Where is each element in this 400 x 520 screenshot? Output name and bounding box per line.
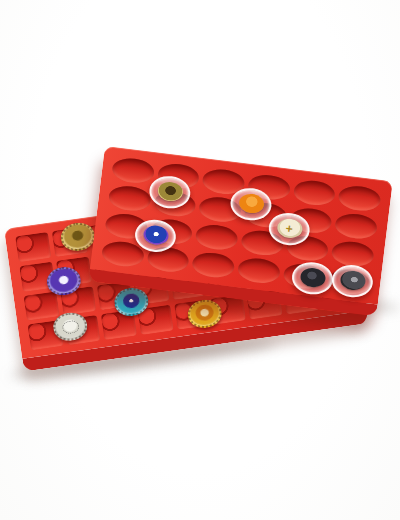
cap-orange-in-capsule	[229, 186, 274, 223]
crown-cap-purple-with-white-emblem	[45, 265, 83, 297]
champagne-cap-olive-gold-in-capsule	[148, 174, 193, 211]
cap-lettering-ring	[61, 319, 80, 334]
coin-cap-black-in-capsule	[290, 260, 335, 297]
cap-cream-with-gold-cross-in-capsule: +	[267, 211, 312, 248]
cap-emblem: +	[285, 222, 293, 235]
crown-cap-brass-gold	[59, 221, 97, 253]
product-photo-stage: +	[0, 0, 400, 520]
cap-blue-with-white-emblem-purple-ring-in-capsule	[133, 217, 178, 254]
coin-cap-dark-gray-silver-in-capsule	[330, 263, 375, 300]
crown-cap-teal-with-navy-center	[113, 286, 151, 318]
crown-cap-gold-with-orange-ring	[186, 298, 224, 330]
back-tray-caps-layer: +	[90, 146, 393, 304]
crown-cap-silver-with-dark-lettering	[51, 311, 89, 343]
